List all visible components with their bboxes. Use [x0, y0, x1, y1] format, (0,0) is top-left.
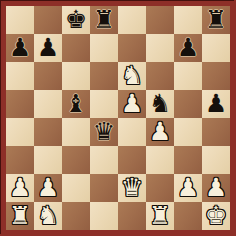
square-c3[interactable]: [62, 146, 90, 174]
white-pawn: ♟: [121, 90, 143, 118]
square-g7[interactable]: ♟: [174, 34, 202, 62]
square-c4[interactable]: [62, 118, 90, 146]
square-b8[interactable]: [34, 6, 62, 34]
square-d7[interactable]: [90, 34, 118, 62]
black-rook: ♜: [205, 6, 227, 34]
white-rook: ♜: [149, 202, 171, 230]
square-a2[interactable]: ♟: [6, 174, 34, 202]
square-h1[interactable]: ♚: [202, 202, 230, 230]
square-a5[interactable]: [6, 90, 34, 118]
square-g3[interactable]: [174, 146, 202, 174]
square-g2[interactable]: ♟: [174, 174, 202, 202]
square-b4[interactable]: [34, 118, 62, 146]
board-frame: ♚♜♜♟♟♟♞♝♟♞♟♛♟♟♟♛♟♟♜♞♜♚: [0, 0, 234, 234]
square-a7[interactable]: ♟: [6, 34, 34, 62]
square-e6[interactable]: ♞: [118, 62, 146, 90]
white-king: ♚: [205, 202, 227, 230]
square-b6[interactable]: [34, 62, 62, 90]
square-c6[interactable]: [62, 62, 90, 90]
white-pawn: ♟: [9, 174, 31, 202]
square-b7[interactable]: ♟: [34, 34, 62, 62]
square-c1[interactable]: [62, 202, 90, 230]
square-e3[interactable]: [118, 146, 146, 174]
square-e4[interactable]: [118, 118, 146, 146]
square-e7[interactable]: [118, 34, 146, 62]
square-f7[interactable]: [146, 34, 174, 62]
chess-board: ♚♜♜♟♟♟♞♝♟♞♟♛♟♟♟♛♟♟♜♞♜♚: [6, 6, 230, 230]
white-pawn: ♟: [37, 174, 59, 202]
black-pawn: ♟: [177, 34, 199, 62]
square-b5[interactable]: [34, 90, 62, 118]
square-g4[interactable]: [174, 118, 202, 146]
square-h8[interactable]: ♜: [202, 6, 230, 34]
square-d6[interactable]: [90, 62, 118, 90]
square-b1[interactable]: ♞: [34, 202, 62, 230]
square-a6[interactable]: [6, 62, 34, 90]
square-d3[interactable]: [90, 146, 118, 174]
square-b2[interactable]: ♟: [34, 174, 62, 202]
black-rook: ♜: [93, 6, 115, 34]
square-e8[interactable]: [118, 6, 146, 34]
square-e2[interactable]: ♛: [118, 174, 146, 202]
square-f5[interactable]: ♞: [146, 90, 174, 118]
square-d2[interactable]: [90, 174, 118, 202]
square-g6[interactable]: [174, 62, 202, 90]
square-h7[interactable]: [202, 34, 230, 62]
white-rook: ♜: [9, 202, 31, 230]
square-d8[interactable]: ♜: [90, 6, 118, 34]
square-h4[interactable]: [202, 118, 230, 146]
square-f8[interactable]: [146, 6, 174, 34]
white-queen: ♛: [121, 174, 143, 202]
white-pawn: ♟: [149, 118, 171, 146]
square-g8[interactable]: [174, 6, 202, 34]
square-e1[interactable]: [118, 202, 146, 230]
black-knight: ♞: [149, 90, 171, 118]
black-bishop: ♝: [65, 90, 87, 118]
square-c7[interactable]: [62, 34, 90, 62]
square-g5[interactable]: [174, 90, 202, 118]
white-knight: ♞: [37, 202, 59, 230]
square-f3[interactable]: [146, 146, 174, 174]
square-c5[interactable]: ♝: [62, 90, 90, 118]
square-d4[interactable]: ♛: [90, 118, 118, 146]
square-g1[interactable]: [174, 202, 202, 230]
square-f1[interactable]: ♜: [146, 202, 174, 230]
black-king: ♚: [65, 6, 87, 34]
square-f2[interactable]: [146, 174, 174, 202]
black-pawn: ♟: [205, 90, 227, 118]
square-d5[interactable]: [90, 90, 118, 118]
black-queen: ♛: [93, 118, 115, 146]
square-h3[interactable]: [202, 146, 230, 174]
square-f6[interactable]: [146, 62, 174, 90]
white-pawn: ♟: [177, 174, 199, 202]
square-c2[interactable]: [62, 174, 90, 202]
square-e5[interactable]: ♟: [118, 90, 146, 118]
square-b3[interactable]: [34, 146, 62, 174]
square-h5[interactable]: ♟: [202, 90, 230, 118]
square-a8[interactable]: [6, 6, 34, 34]
square-a4[interactable]: [6, 118, 34, 146]
square-h2[interactable]: ♟: [202, 174, 230, 202]
black-pawn: ♟: [9, 34, 31, 62]
square-f4[interactable]: ♟: [146, 118, 174, 146]
square-a3[interactable]: [6, 146, 34, 174]
white-pawn: ♟: [205, 174, 227, 202]
square-c8[interactable]: ♚: [62, 6, 90, 34]
white-knight: ♞: [121, 62, 143, 90]
square-h6[interactable]: [202, 62, 230, 90]
board-border: ♚♜♜♟♟♟♞♝♟♞♟♛♟♟♟♛♟♟♜♞♜♚: [1, 1, 235, 235]
square-a1[interactable]: ♜: [6, 202, 34, 230]
square-d1[interactable]: [90, 202, 118, 230]
black-pawn: ♟: [37, 34, 59, 62]
